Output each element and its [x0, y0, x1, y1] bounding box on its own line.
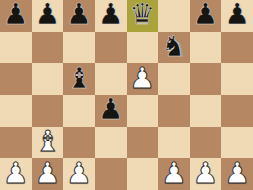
- square-h7[interactable]: ♟: [221, 0, 253, 32]
- square-h5[interactable]: [221, 63, 253, 95]
- chess-board: ♟♟♟♟♛♟♟♞♝♟♟♝♟♟♟♟♟♟: [0, 0, 253, 190]
- square-g2[interactable]: ♟: [190, 158, 222, 190]
- square-f4[interactable]: [158, 95, 190, 127]
- square-h3[interactable]: [221, 127, 253, 159]
- piece-black-pawn[interactable]: ♟: [98, 0, 124, 29]
- piece-white-pawn[interactable]: ♟: [129, 64, 155, 93]
- square-d2[interactable]: [95, 158, 127, 190]
- piece-black-pawn[interactable]: ♟: [98, 95, 124, 124]
- square-d6[interactable]: [95, 32, 127, 64]
- piece-black-pawn[interactable]: ♟: [3, 0, 29, 29]
- square-e2[interactable]: [127, 158, 159, 190]
- square-b6[interactable]: [32, 32, 64, 64]
- square-b2[interactable]: ♟: [32, 158, 64, 190]
- square-g4[interactable]: [190, 95, 222, 127]
- square-a7[interactable]: ♟: [0, 0, 32, 32]
- piece-black-knight[interactable]: ♞: [161, 32, 187, 61]
- piece-white-pawn[interactable]: ♟: [224, 159, 250, 188]
- piece-black-pawn[interactable]: ♟: [193, 0, 219, 29]
- square-d3[interactable]: [95, 127, 127, 159]
- square-g6[interactable]: [190, 32, 222, 64]
- square-d5[interactable]: [95, 63, 127, 95]
- square-b5[interactable]: [32, 63, 64, 95]
- square-c5[interactable]: ♝: [63, 63, 95, 95]
- square-e5[interactable]: ♟: [127, 63, 159, 95]
- square-h4[interactable]: [221, 95, 253, 127]
- square-e4[interactable]: [127, 95, 159, 127]
- piece-black-queen[interactable]: ♛: [129, 0, 155, 29]
- piece-white-pawn[interactable]: ♟: [161, 159, 187, 188]
- square-c4[interactable]: [63, 95, 95, 127]
- piece-white-pawn[interactable]: ♟: [193, 159, 219, 188]
- square-h6[interactable]: [221, 32, 253, 64]
- square-g7[interactable]: ♟: [190, 0, 222, 32]
- piece-white-pawn[interactable]: ♟: [66, 159, 92, 188]
- square-e7[interactable]: ♛: [127, 0, 159, 32]
- square-g3[interactable]: [190, 127, 222, 159]
- square-c2[interactable]: ♟: [63, 158, 95, 190]
- square-d4[interactable]: ♟: [95, 95, 127, 127]
- square-e6[interactable]: [127, 32, 159, 64]
- piece-white-pawn[interactable]: ♟: [34, 159, 60, 188]
- square-b4[interactable]: [32, 95, 64, 127]
- square-h2[interactable]: ♟: [221, 158, 253, 190]
- piece-black-pawn[interactable]: ♟: [34, 0, 60, 29]
- piece-white-bishop[interactable]: ♝: [34, 127, 60, 156]
- square-f2[interactable]: ♟: [158, 158, 190, 190]
- square-a5[interactable]: [0, 63, 32, 95]
- piece-black-pawn[interactable]: ♟: [224, 0, 250, 29]
- piece-black-pawn[interactable]: ♟: [66, 0, 92, 29]
- square-g5[interactable]: [190, 63, 222, 95]
- piece-black-bishop[interactable]: ♝: [66, 64, 92, 93]
- square-a4[interactable]: [0, 95, 32, 127]
- square-d7[interactable]: ♟: [95, 0, 127, 32]
- square-a2[interactable]: ♟: [0, 158, 32, 190]
- square-f3[interactable]: [158, 127, 190, 159]
- square-f7[interactable]: [158, 0, 190, 32]
- square-c6[interactable]: [63, 32, 95, 64]
- square-a6[interactable]: [0, 32, 32, 64]
- square-a3[interactable]: [0, 127, 32, 159]
- square-c3[interactable]: [63, 127, 95, 159]
- square-b7[interactable]: ♟: [32, 0, 64, 32]
- square-f5[interactable]: [158, 63, 190, 95]
- square-c7[interactable]: ♟: [63, 0, 95, 32]
- square-f6[interactable]: ♞: [158, 32, 190, 64]
- piece-white-pawn[interactable]: ♟: [3, 159, 29, 188]
- square-b3[interactable]: ♝: [32, 127, 64, 159]
- square-e3[interactable]: [127, 127, 159, 159]
